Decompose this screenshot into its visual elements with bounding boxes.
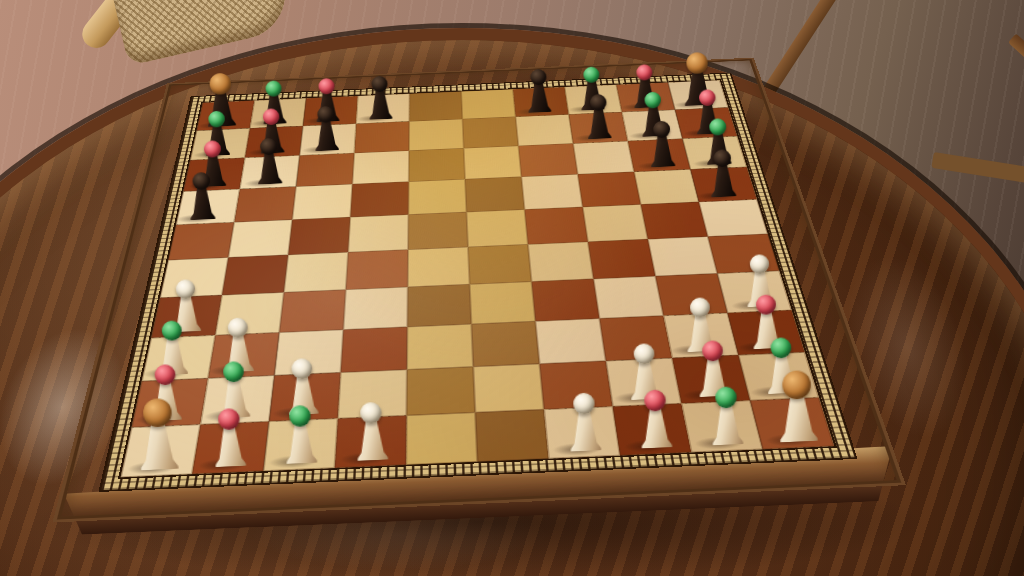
square-d3[interactable]: [341, 327, 408, 373]
square-e10[interactable]: [409, 91, 462, 121]
green-head-icon: [583, 66, 600, 83]
square-i2[interactable]: [672, 355, 750, 403]
square-d8[interactable]: [352, 151, 409, 184]
square-f1[interactable]: [475, 409, 548, 461]
green-head-icon: [161, 320, 182, 341]
square-e4[interactable]: [407, 284, 471, 327]
square-g4[interactable]: [532, 279, 600, 321]
square-j1[interactable]: [750, 397, 834, 449]
square-f4[interactable]: [470, 282, 536, 325]
plain-head-icon: [573, 393, 595, 415]
square-i9[interactable]: [622, 110, 683, 141]
square-h9[interactable]: [569, 112, 628, 143]
red-head-icon: [318, 78, 335, 95]
green-head-icon: [715, 386, 737, 408]
plain-head-icon: [750, 254, 770, 274]
green-head-icon: [265, 80, 282, 97]
square-e2[interactable]: [406, 367, 475, 416]
red-head-icon: [702, 340, 723, 361]
square-j6[interactable]: [699, 199, 768, 236]
square-c6[interactable]: [288, 217, 350, 255]
square-a3[interactable]: [142, 335, 215, 381]
square-e3[interactable]: [407, 324, 473, 370]
square-c4[interactable]: [279, 290, 346, 333]
square-j7[interactable]: [690, 167, 756, 202]
green-head-icon: [223, 361, 244, 382]
square-b1[interactable]: [192, 421, 269, 474]
square-g10[interactable]: [513, 87, 569, 117]
green-head-icon: [289, 405, 311, 427]
board-3d: [61, 60, 896, 516]
square-h8[interactable]: [573, 141, 634, 174]
square-e5[interactable]: [408, 247, 470, 287]
square-d10[interactable]: [356, 94, 409, 124]
square-d1[interactable]: [335, 415, 407, 467]
photo-stage: [0, 0, 1024, 576]
square-g8[interactable]: [518, 143, 577, 176]
square-e6[interactable]: [408, 212, 468, 250]
board-frame: [61, 60, 896, 516]
game-board: [111, 0, 824, 576]
square-f10[interactable]: [461, 89, 515, 119]
plain-head-icon: [291, 358, 312, 379]
square-c5[interactable]: [284, 252, 348, 292]
square-j5[interactable]: [708, 234, 779, 274]
square-f6[interactable]: [466, 210, 527, 247]
square-i8[interactable]: [628, 139, 691, 172]
square-d9[interactable]: [354, 121, 409, 153]
square-c7[interactable]: [292, 184, 352, 220]
plain-head-icon: [713, 149, 731, 167]
square-h4[interactable]: [593, 276, 663, 318]
plain-head-icon: [371, 76, 388, 93]
square-g6[interactable]: [525, 207, 588, 244]
red-head-icon: [756, 294, 777, 315]
square-e9[interactable]: [409, 119, 464, 151]
copper-head-icon: [686, 52, 708, 74]
square-f8[interactable]: [464, 146, 522, 179]
square-c1[interactable]: [263, 418, 337, 471]
copper-head-icon: [143, 398, 173, 428]
square-a8[interactable]: [183, 158, 245, 192]
square-g1[interactable]: [544, 406, 620, 458]
square-a2[interactable]: [132, 378, 208, 427]
red-head-icon: [636, 64, 653, 81]
square-e8[interactable]: [409, 148, 465, 181]
square-h5[interactable]: [588, 239, 656, 279]
square-f3[interactable]: [471, 321, 539, 366]
square-f7[interactable]: [465, 177, 525, 212]
square-d6[interactable]: [348, 215, 408, 253]
red-head-icon: [218, 408, 240, 430]
square-b8[interactable]: [240, 155, 300, 189]
square-i7[interactable]: [634, 169, 699, 204]
plain-head-icon: [530, 69, 547, 86]
square-j9[interactable]: [675, 107, 737, 138]
copper-head-icon: [209, 73, 231, 95]
mosaic-border: [98, 73, 857, 492]
square-b4[interactable]: [215, 292, 284, 335]
square-a7[interactable]: [176, 189, 240, 225]
square-j10[interactable]: [668, 80, 728, 110]
square-i3[interactable]: [663, 313, 738, 358]
square-b6[interactable]: [228, 220, 292, 258]
square-a6[interactable]: [168, 222, 234, 260]
square-c8[interactable]: [296, 153, 354, 187]
square-i6[interactable]: [641, 202, 708, 239]
square-a10[interactable]: [197, 100, 255, 130]
square-d7[interactable]: [350, 182, 408, 217]
square-g9[interactable]: [516, 114, 574, 145]
square-h7[interactable]: [578, 172, 641, 207]
square-a1[interactable]: [121, 424, 201, 477]
square-e7[interactable]: [408, 179, 466, 214]
square-j4[interactable]: [717, 271, 791, 313]
red-head-icon: [644, 389, 666, 411]
square-g7[interactable]: [521, 174, 582, 209]
square-i1[interactable]: [681, 400, 762, 452]
plain-head-icon: [227, 317, 248, 338]
plain-head-icon: [690, 297, 711, 318]
square-g5[interactable]: [528, 242, 594, 282]
square-h1[interactable]: [613, 403, 692, 455]
square-j3[interactable]: [728, 310, 805, 355]
square-f9[interactable]: [462, 117, 518, 149]
square-d4[interactable]: [343, 287, 407, 330]
square-d5[interactable]: [346, 250, 408, 290]
green-head-icon: [770, 337, 791, 358]
square-i5[interactable]: [648, 237, 717, 277]
plain-head-icon: [360, 402, 382, 424]
plain-head-icon: [175, 279, 195, 299]
square-b5[interactable]: [222, 255, 288, 295]
square-c9[interactable]: [300, 124, 357, 156]
square-f2[interactable]: [473, 364, 544, 413]
square-h6[interactable]: [583, 204, 648, 241]
board-grid: [118, 79, 837, 479]
square-e1[interactable]: [406, 412, 477, 464]
square-g3[interactable]: [535, 318, 605, 363]
copper-head-icon: [782, 370, 812, 400]
square-f5[interactable]: [468, 244, 532, 284]
square-b7[interactable]: [234, 187, 296, 223]
plain-head-icon: [633, 343, 654, 364]
red-head-icon: [154, 364, 175, 385]
